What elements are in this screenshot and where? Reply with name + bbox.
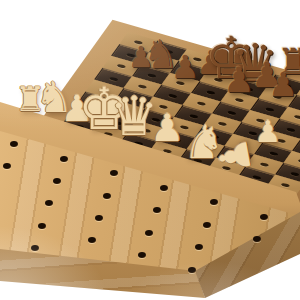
piece-light-pawn-tipped[interactable]: ♟: [212, 135, 258, 177]
piece-light-pawn[interactable]: ♟: [255, 117, 282, 147]
chess-travel-set-photo: ♟♞♟♜♟♚♛♟♟♟♜♞♟♚♛♟♟♞♟: [0, 0, 300, 300]
piece-dark-pawn[interactable]: ♟: [268, 68, 298, 101]
piece-dark-pawn[interactable]: ♟: [223, 63, 254, 98]
piece-light-pawn[interactable]: ♟: [150, 109, 184, 147]
piece-dark-pawn[interactable]: ♟: [171, 51, 200, 83]
pieces-layer: ♟♞♟♜♟♚♛♟♟♟♜♞♟♚♛♟♟♞♟: [0, 0, 300, 300]
